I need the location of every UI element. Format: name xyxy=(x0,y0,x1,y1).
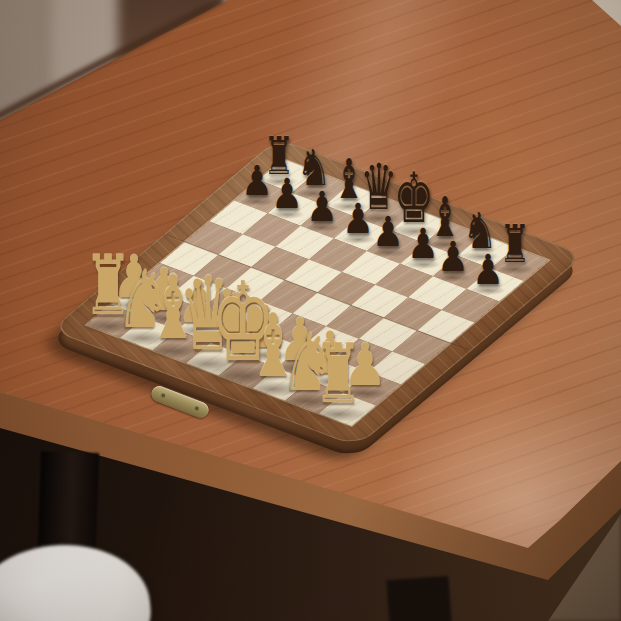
piece-black-pawn-a7[interactable]: ♟ xyxy=(241,161,273,202)
piece-white-rook-h1[interactable]: ♜ xyxy=(314,333,363,415)
piece-black-pawn-g7[interactable]: ♟ xyxy=(437,237,469,278)
table-leg-right xyxy=(386,576,451,621)
piece-black-pawn-f7[interactable]: ♟ xyxy=(407,224,439,265)
piece-black-pawn-d7[interactable]: ♟ xyxy=(342,199,374,240)
photo-scene: ♜♞♝♛♚♝♞♜♟♟♟♟♟♟♟♟♟♟♟♟♟♟♟♟♜♞♝♛♚♝♞♜ xyxy=(0,0,621,621)
piece-black-pawn-e7[interactable]: ♟ xyxy=(372,211,404,252)
piece-black-pawn-c7[interactable]: ♟ xyxy=(307,186,339,227)
piece-black-pawn-h7[interactable]: ♟ xyxy=(472,249,504,290)
piece-black-rook-h8[interactable]: ♜ xyxy=(499,218,530,270)
piece-black-pawn-b7[interactable]: ♟ xyxy=(272,173,304,214)
